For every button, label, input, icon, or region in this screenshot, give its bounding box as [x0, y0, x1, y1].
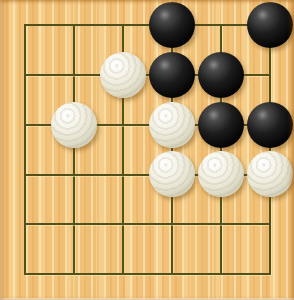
stone-black — [198, 52, 244, 98]
stone-white — [149, 102, 195, 148]
stone-white — [100, 52, 146, 98]
stone-white — [247, 151, 293, 197]
stones-layer — [0, 0, 294, 300]
stone-white — [149, 151, 195, 197]
stone-black — [149, 2, 195, 48]
stone-white — [198, 151, 244, 197]
stone-black — [247, 102, 293, 148]
stone-black — [247, 2, 293, 48]
stone-white — [51, 102, 97, 148]
stone-black — [149, 52, 195, 98]
stone-black — [198, 102, 244, 148]
go-board[interactable] — [0, 0, 294, 300]
